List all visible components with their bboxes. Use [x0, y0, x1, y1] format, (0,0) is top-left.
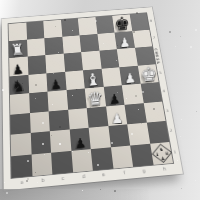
square-d6[interactable] [63, 52, 83, 71]
square-a8[interactable] [9, 23, 27, 41]
square-c2[interactable] [50, 129, 71, 152]
square-a3[interactable] [10, 113, 30, 135]
square-c5[interactable] [46, 71, 66, 91]
file-label-g: g [133, 164, 155, 177]
table-edge-shadow [0, 189, 150, 200]
speck [169, 31, 171, 33]
square-c8[interactable] [43, 20, 62, 38]
square-e5[interactable] [83, 68, 103, 88]
square-c4[interactable] [47, 90, 67, 111]
square-f8[interactable] [95, 16, 114, 34]
board-logo: ♞♛♝♟ [152, 144, 172, 163]
file-label-c: c [52, 172, 74, 185]
speck [196, 111, 197, 112]
square-b6[interactable] [27, 55, 46, 74]
square-d2[interactable] [69, 128, 90, 151]
square-a4[interactable] [10, 93, 30, 114]
speck [175, 46, 176, 47]
square-d5[interactable] [65, 70, 85, 90]
speck [181, 188, 182, 189]
square-h8[interactable] [129, 13, 149, 31]
square-a7[interactable] [9, 39, 27, 58]
square-d3[interactable] [68, 108, 89, 130]
square-b5[interactable] [28, 73, 47, 93]
square-c3[interactable] [49, 109, 70, 131]
square-b8[interactable] [26, 21, 44, 39]
square-b2[interactable] [30, 131, 51, 154]
speck [180, 36, 181, 37]
square-e6[interactable] [81, 51, 101, 70]
square-h5[interactable] [137, 64, 158, 84]
square-d7[interactable] [62, 35, 81, 54]
square-h2[interactable] [146, 121, 169, 143]
square-a1[interactable] [11, 154, 32, 178]
speck [181, 119, 182, 120]
square-e3[interactable] [87, 106, 108, 128]
square-d1[interactable] [71, 149, 93, 173]
square-a5[interactable] [10, 75, 29, 95]
file-label-b: b [32, 174, 53, 188]
square-d8[interactable] [61, 19, 80, 37]
square-e1[interactable] [91, 147, 113, 171]
square-a2[interactable] [11, 133, 31, 156]
square-e2[interactable] [89, 126, 111, 149]
square-b1[interactable] [31, 152, 52, 176]
square-e8[interactable] [78, 17, 97, 35]
speck [180, 136, 181, 137]
square-c1[interactable] [51, 150, 73, 174]
file-label-a: a [11, 176, 32, 190]
chess-board: ♞♛♝♟ abcdefgh 87654321 CHESS ♚♜♟♟♞♟♝♟♚♛♟… [2, 7, 183, 190]
square-e4[interactable] [85, 87, 106, 108]
board-grid: ♞♛♝♟ [9, 13, 173, 178]
square-h1[interactable]: ♞♛♝♟ [150, 142, 173, 165]
square-h6[interactable] [135, 46, 156, 65]
file-label-f: f [113, 166, 135, 179]
square-f7[interactable] [97, 32, 117, 50]
file-label-h: h [153, 163, 175, 176]
square-a6[interactable] [9, 57, 28, 77]
file-label-e: e [93, 168, 115, 181]
speck [190, 46, 192, 48]
square-d4[interactable] [66, 88, 87, 109]
square-h7[interactable] [132, 29, 152, 47]
square-e7[interactable] [79, 34, 99, 53]
square-b3[interactable] [29, 111, 49, 133]
square-c6[interactable] [45, 54, 64, 73]
square-c7[interactable] [44, 36, 63, 55]
speck [195, 180, 196, 181]
file-label-d: d [72, 170, 94, 183]
square-h3[interactable] [143, 101, 165, 122]
square-h4[interactable] [140, 82, 162, 103]
speck [195, 29, 197, 31]
square-b7[interactable] [27, 38, 46, 57]
photo-frame: ♞♛♝♟ abcdefgh 87654321 CHESS ♚♜♟♟♞♟♝♟♚♛♟… [0, 0, 200, 200]
square-b4[interactable] [29, 92, 49, 113]
